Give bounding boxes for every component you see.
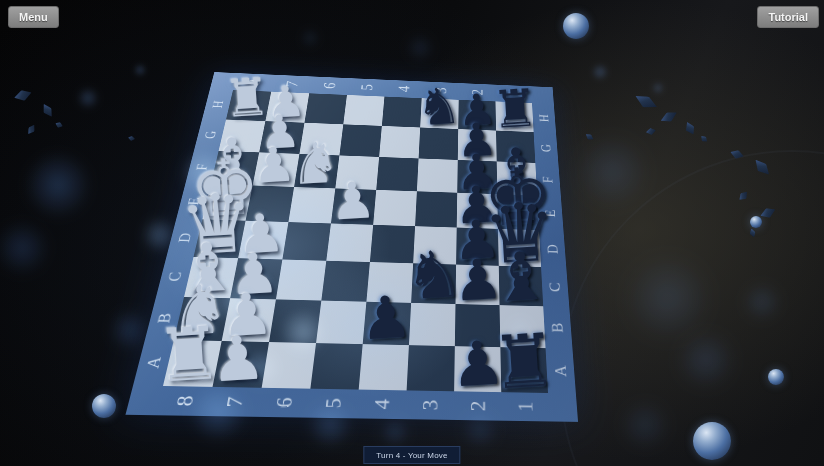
bokeh-light	[77, 87, 99, 109]
menu-button[interactable]: Menu	[8, 6, 59, 28]
broken-piece-debris	[659, 108, 680, 126]
square-a5[interactable]	[310, 343, 362, 389]
broken-piece-debris	[683, 120, 698, 137]
board-label-5: 5	[347, 78, 386, 96]
bokeh-light	[0, 220, 50, 276]
broken-piece-debris	[633, 91, 660, 112]
metal-sphere	[750, 216, 762, 228]
square-d6[interactable]	[282, 222, 331, 261]
square-f3[interactable]	[417, 158, 458, 192]
metal-sphere	[92, 394, 116, 418]
bokeh-light	[651, 81, 665, 95]
tutorial-button[interactable]: Tutorial	[757, 6, 819, 28]
metal-sphere	[768, 369, 784, 385]
board-label-3: 3	[405, 390, 454, 420]
bokeh-light	[300, 28, 320, 48]
square-h5[interactable]	[343, 95, 384, 126]
board-label-4: 4	[356, 390, 406, 420]
dark-rook-h1[interactable]: ♜	[490, 82, 539, 136]
dark-pawn-a2[interactable]: ♟	[449, 332, 507, 396]
broken-piece-debris	[26, 123, 38, 136]
broken-piece-debris	[13, 87, 34, 103]
bokeh-light	[591, 63, 609, 81]
square-g4[interactable]	[379, 126, 420, 159]
bokeh-light	[379, 416, 411, 448]
broken-piece-debris	[40, 102, 56, 119]
bokeh-light	[574, 134, 650, 210]
metal-sphere	[563, 13, 589, 39]
silver-pawn-a7[interactable]: ♟	[209, 328, 267, 392]
broken-piece-debris	[54, 121, 64, 129]
board-label-6: 6	[309, 76, 349, 95]
background-swoosh	[560, 150, 824, 466]
square-b6[interactable]	[269, 299, 321, 343]
square-e4[interactable]	[373, 190, 417, 226]
game-screen: 87654321 87654321 HGFEDCBA HGFEDCBA ♜♝♛♚…	[0, 0, 824, 466]
square-c6[interactable]	[276, 259, 326, 300]
metal-sphere	[693, 422, 731, 460]
silver-pawn-e5[interactable]: ♟	[328, 175, 376, 228]
broken-piece-debris	[645, 127, 656, 136]
dark-pawn-b4[interactable]: ♟	[358, 288, 414, 349]
bokeh-light	[133, 63, 147, 77]
broken-piece-debris	[584, 132, 595, 142]
square-a3[interactable]	[407, 345, 455, 391]
bokeh-light	[24, 151, 92, 219]
dark-pawn-c2[interactable]: ♟	[451, 250, 504, 309]
turn-status-bar: Turn 4 - Your Move	[363, 446, 460, 464]
bokeh-light	[406, 34, 434, 62]
broken-piece-debris	[699, 134, 709, 144]
square-g5[interactable]	[339, 124, 381, 157]
square-h6[interactable]	[304, 93, 346, 124]
square-f4[interactable]	[376, 157, 418, 191]
broken-piece-debris	[128, 135, 136, 141]
square-a6[interactable]	[262, 342, 316, 389]
board-label-5: 5	[307, 389, 359, 419]
square-e3[interactable]	[415, 191, 457, 227]
